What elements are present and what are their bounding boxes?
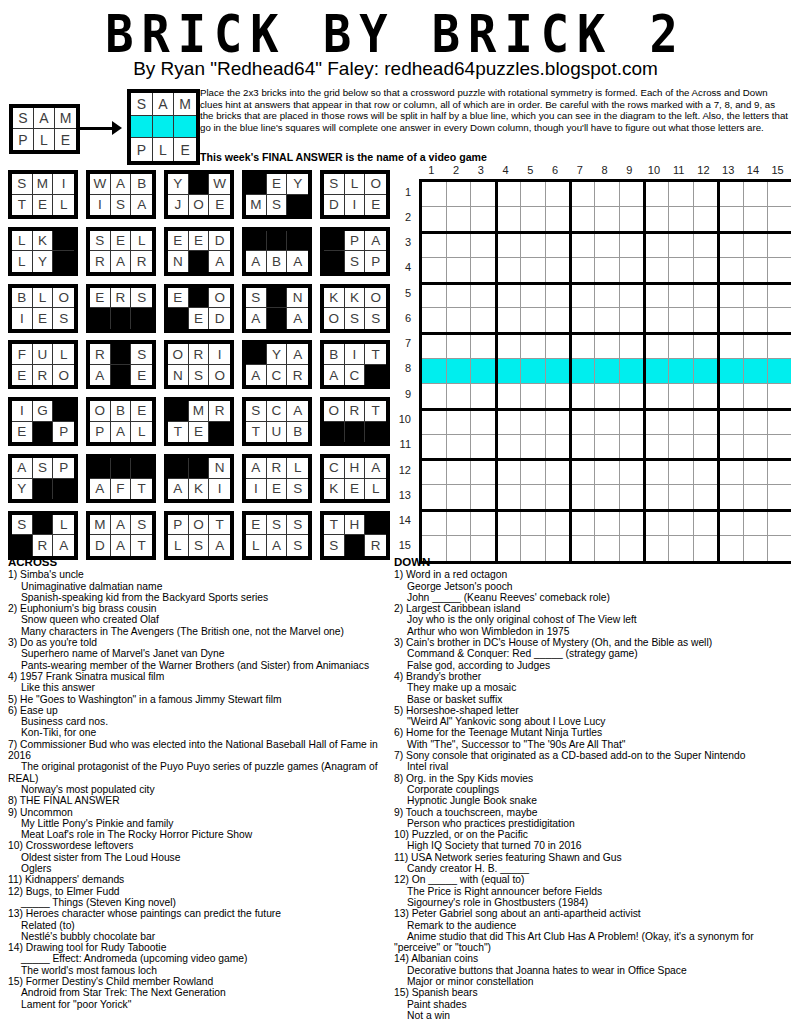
brick-cell-letter: Y (267, 344, 288, 365)
grid-cell-r6c10[interactable] (645, 308, 670, 333)
col-label-4: 4 (493, 164, 518, 177)
grid-cell-r12c6[interactable] (546, 460, 571, 485)
grid-cell-r5c2[interactable] (447, 283, 472, 308)
grid-cell-r8c6[interactable] (546, 359, 571, 384)
grid-cell-r9c11[interactable] (669, 384, 694, 409)
grid-cell-r12c11[interactable] (669, 460, 694, 485)
brick-cell-letter: W (90, 174, 111, 195)
brick-cell-letter: E (33, 308, 54, 329)
grid-cell-r6c2[interactable] (447, 308, 472, 333)
grid-cell-r7c9[interactable] (620, 334, 645, 359)
grid-cell-r3c9[interactable] (620, 233, 645, 258)
grid-cell-r1c8[interactable] (595, 182, 620, 207)
brick-cell-letter: P (90, 422, 111, 443)
grid-cell-r9c7[interactable] (570, 384, 595, 409)
brick-cell-letter: I (12, 401, 33, 422)
brick-cell-black (365, 365, 386, 386)
grid-cell-r4c4[interactable] (496, 258, 521, 283)
grid-cell-r12c15[interactable] (768, 460, 791, 485)
grid-cell-r10c9[interactable] (620, 409, 645, 434)
brick-cell-letter: I (53, 174, 74, 195)
brick-27[interactable]: AFT (86, 454, 156, 503)
grid-cell-r3c2[interactable] (447, 233, 472, 258)
grid-cell-r7c3[interactable] (471, 334, 496, 359)
grid-cell-r8c14[interactable] (744, 359, 769, 384)
grid-cell-r13c15[interactable] (768, 485, 791, 510)
grid-cell-r11c11[interactable] (669, 435, 694, 460)
grid-cell-r13c12[interactable] (694, 485, 719, 510)
grid-cell-r12c9[interactable] (620, 460, 645, 485)
brick-cell-black (189, 458, 210, 479)
brick-cell-black (131, 308, 152, 329)
grid-cell-r13c11[interactable] (669, 485, 694, 510)
grid-cell-r10c1[interactable] (422, 409, 447, 434)
grid-cell-r6c15[interactable] (768, 308, 791, 333)
grid-cell-r8c9[interactable] (620, 359, 645, 384)
grid-cell-r3c11[interactable] (669, 233, 694, 258)
grid-cell-r4c15[interactable] (768, 258, 791, 283)
grid-cell-r8c7[interactable] (570, 359, 595, 384)
brick-cell-letter: A (111, 251, 132, 272)
brick-cell-letter: O (189, 515, 210, 536)
grid-cell-r2c11[interactable] (669, 207, 694, 232)
grid-cell-r2c13[interactable] (719, 207, 744, 232)
grid-cell-r4c3[interactable] (471, 258, 496, 283)
brick-23[interactable]: MRTE (164, 397, 234, 446)
grid-cell-r10c6[interactable] (546, 409, 571, 434)
grid-cell-r14c2[interactable] (447, 510, 472, 535)
clue-13-line-2: Remark to the audience (394, 920, 790, 931)
grid-cell-r9c2[interactable] (447, 384, 472, 409)
grid-cell-r6c8[interactable] (595, 308, 620, 333)
brick-cell-letter: C (267, 401, 288, 422)
brick-6[interactable]: LKLY (8, 227, 78, 276)
brick-8[interactable]: EEDNA (164, 227, 234, 276)
row-label-7: 7 (392, 331, 414, 356)
clue-7-line-2: Intel rival (394, 761, 790, 772)
brick-11[interactable]: BLOIES (8, 284, 78, 333)
grid-cell-r8c3[interactable] (471, 359, 496, 384)
grid-cell-r9c9[interactable] (620, 384, 645, 409)
grid-cell-r5c5[interactable] (521, 283, 546, 308)
brick-29[interactable]: ARLIES (242, 454, 312, 503)
grid-cell-r13c5[interactable] (521, 485, 546, 510)
grid-cell-r5c4[interactable] (496, 283, 521, 308)
brick-34[interactable]: ESSLAS (242, 511, 312, 560)
grid-cell-r14c4[interactable] (496, 510, 521, 535)
grid-cell-r13c14[interactable] (744, 485, 769, 510)
grid-cell-r8c1[interactable] (422, 359, 447, 384)
grid-cell-r5c3[interactable] (471, 283, 496, 308)
grid-cell-r13c6[interactable] (546, 485, 571, 510)
grid-cell-r14c10[interactable] (645, 510, 670, 535)
grid-cell-r2c15[interactable] (768, 207, 791, 232)
grid-cell-r11c8[interactable] (595, 435, 620, 460)
brick-13[interactable]: EOED (164, 284, 234, 333)
grid-cell-r3c5[interactable] (521, 233, 546, 258)
grid-cell-r10c3[interactable] (471, 409, 496, 434)
grid-cell-r10c10[interactable] (645, 409, 670, 434)
grid-cell-r13c7[interactable] (570, 485, 595, 510)
grid-cell-r11c5[interactable] (521, 435, 546, 460)
grid-cell-r1c3[interactable] (471, 182, 496, 207)
brick-cell-letter: I (345, 195, 366, 216)
grid-cell-r1c6[interactable] (546, 182, 571, 207)
brick-3[interactable]: YWJOE (164, 170, 234, 219)
grid-cell-r10c13[interactable] (719, 409, 744, 434)
grid-cell-r7c5[interactable] (521, 334, 546, 359)
brick-21[interactable]: IGEP (8, 397, 78, 446)
grid-cell-r14c11[interactable] (669, 510, 694, 535)
grid-cell-r1c12[interactable] (694, 182, 719, 207)
grid-cell-r5c6[interactable] (546, 283, 571, 308)
grid-cell-r7c11[interactable] (669, 334, 694, 359)
grid-cell-r12c4[interactable] (496, 460, 521, 485)
grid-cell-r14c8[interactable] (595, 510, 620, 535)
grid-cell-r1c1[interactable] (422, 182, 447, 207)
grid-cell-r3c12[interactable] (694, 233, 719, 258)
grid-cell-r11c14[interactable] (744, 435, 769, 460)
clue-9-line-1: 9) Uncommon (8, 807, 393, 818)
grid-cell-r12c3[interactable] (471, 460, 496, 485)
grid-cell-r1c7[interactable] (570, 182, 595, 207)
grid-cell-r13c2[interactable] (447, 485, 472, 510)
brick-12[interactable]: ERS (86, 284, 156, 333)
brick-25[interactable]: ORT (320, 397, 390, 446)
brick-cell-letter: K (189, 479, 210, 500)
grid-cell-r5c8[interactable] (595, 283, 620, 308)
grid-cell-r4c1[interactable] (422, 258, 447, 283)
grid-cell-r7c1[interactable] (422, 334, 447, 359)
grid-cell-r4c11[interactable] (669, 258, 694, 283)
brick-cell-letter: E (33, 195, 54, 216)
grid-cell-r4c5[interactable] (521, 258, 546, 283)
grid-cell-r8c4[interactable] (496, 359, 521, 384)
clue-1-line-1: 1) Simba's uncle (8, 569, 393, 580)
grid-cell-r14c9[interactable] (620, 510, 645, 535)
brick-cell-letter: E (12, 422, 33, 443)
grid-cell-r7c13[interactable] (719, 334, 744, 359)
grid-cell-r6c6[interactable] (546, 308, 571, 333)
grid-cell-r3c3[interactable] (471, 233, 496, 258)
grid-cell-r4c10[interactable] (645, 258, 670, 283)
grid-cell-r4c8[interactable] (595, 258, 620, 283)
grid-cell-r8c12[interactable] (694, 359, 719, 384)
brick-35[interactable]: THSR (320, 511, 390, 560)
grid-cell-r5c13[interactable] (719, 283, 744, 308)
grid-cell-r5c14[interactable] (744, 283, 769, 308)
grid-cell-r13c10[interactable] (645, 485, 670, 510)
grid-cell-r8c10[interactable] (645, 359, 670, 384)
grid-cell-r7c15[interactable] (768, 334, 791, 359)
grid-cell-r2c6[interactable] (546, 207, 571, 232)
brick-cell-letter: S (267, 195, 288, 216)
grid-cell-r10c5[interactable] (521, 409, 546, 434)
grid-cell-r5c1[interactable] (422, 283, 447, 308)
brick-26[interactable]: ASPY (8, 454, 78, 503)
grid-cell-r7c8[interactable] (595, 334, 620, 359)
grid-cell-r3c10[interactable] (645, 233, 670, 258)
brick-33[interactable]: POTLSA (164, 511, 234, 560)
grid-cell-r4c9[interactable] (620, 258, 645, 283)
grid-cell-r4c14[interactable] (744, 258, 769, 283)
grid-cell-r11c13[interactable] (719, 435, 744, 460)
grid-cell-r7c12[interactable] (694, 334, 719, 359)
grid-cell-r13c1[interactable] (422, 485, 447, 510)
grid-cell-r2c3[interactable] (471, 207, 496, 232)
clue-15-line-2: Android from Star Trek: The Next Generat… (8, 987, 393, 998)
grid-cell-r10c12[interactable] (694, 409, 719, 434)
grid-cell-r4c7[interactable] (570, 258, 595, 283)
grid-cell-r7c14[interactable] (744, 334, 769, 359)
grid-cell-r14c15[interactable] (768, 510, 791, 535)
grid-cell-r6c9[interactable] (620, 308, 645, 333)
grid-cell-r5c7[interactable] (570, 283, 595, 308)
grid-cell-r9c1[interactable] (422, 384, 447, 409)
grid-cell-r8c8[interactable] (595, 359, 620, 384)
brick-cell-letter: S (189, 365, 210, 386)
grid-cell-r1c9[interactable] (620, 182, 645, 207)
grid-cell-r12c1[interactable] (422, 460, 447, 485)
grid-cell-r6c13[interactable] (719, 308, 744, 333)
brick-cell-letter: C (324, 458, 345, 479)
grid-cell-r12c10[interactable] (645, 460, 670, 485)
grid-cell-r6c12[interactable] (694, 308, 719, 333)
grid-cell-r10c14[interactable] (744, 409, 769, 434)
grid-cell-r3c13[interactable] (719, 233, 744, 258)
brick-4[interactable]: EYMS (242, 170, 312, 219)
brick-22[interactable]: OBEPAL (86, 397, 156, 446)
grid-cell-r12c5[interactable] (521, 460, 546, 485)
grid-cell-r3c7[interactable] (570, 233, 595, 258)
grid-cell-r3c4[interactable] (496, 233, 521, 258)
grid-cell-r11c1[interactable] (422, 435, 447, 460)
brick-17[interactable]: RSAE (86, 340, 156, 389)
grid-cell-r1c4[interactable] (496, 182, 521, 207)
grid-cell-r1c10[interactable] (645, 182, 670, 207)
grid-cell-r10c4[interactable] (496, 409, 521, 434)
grid-cell-r6c3[interactable] (471, 308, 496, 333)
thick-horizontal-line (422, 509, 791, 512)
grid-cell-r12c12[interactable] (694, 460, 719, 485)
brick-cell-letter: B (267, 251, 288, 272)
grid-cell-r5c11[interactable] (669, 283, 694, 308)
grid-cell-r8c13[interactable] (719, 359, 744, 384)
grid-cell-r10c2[interactable] (447, 409, 472, 434)
grid-cell-r10c15[interactable] (768, 409, 791, 434)
grid-cell-r2c1[interactable] (422, 207, 447, 232)
brick-30[interactable]: CHAKEL (320, 454, 390, 503)
grid-cell-r14c6[interactable] (546, 510, 571, 535)
grid-cell-r2c4[interactable] (496, 207, 521, 232)
grid-cell-r14c12[interactable] (694, 510, 719, 535)
brick-31[interactable]: SLRA (8, 511, 78, 560)
grid-cell-r3c14[interactable] (744, 233, 769, 258)
clue-12-line-2: The Price is Right announcer before Fiel… (394, 886, 790, 897)
brick-cell-letter: R (131, 251, 152, 272)
grid-cell-r10c11[interactable] (669, 409, 694, 434)
grid-cell-r4c13[interactable] (719, 258, 744, 283)
brick-19[interactable]: YAACR (242, 340, 312, 389)
clue-12-line-3: Sigourney's role in Ghostbusters (1984) (394, 897, 790, 908)
grid-cell-r1c14[interactable] (744, 182, 769, 207)
brick-cell-letter: I (345, 344, 366, 365)
grid-cell-r2c9[interactable] (620, 207, 645, 232)
grid-cell-r14c1[interactable] (422, 510, 447, 535)
brick-9[interactable]: ABA (242, 227, 312, 276)
grid-cell-r2c10[interactable] (645, 207, 670, 232)
brick-cell-letter: P (53, 422, 74, 443)
clue-5-line-1: 5) He "Goes to Washington" in a famous J… (8, 694, 393, 705)
brick-15[interactable]: KKOOSS (320, 284, 390, 333)
grid-cell-r9c14[interactable] (744, 384, 769, 409)
grid-cell-r3c15[interactable] (768, 233, 791, 258)
brick-5[interactable]: SLODIE (320, 170, 390, 219)
brick-20[interactable]: BITAC (320, 340, 390, 389)
grid-cell-r9c4[interactable] (496, 384, 521, 409)
grid-cell-r1c5[interactable] (521, 182, 546, 207)
grid-cell-r4c6[interactable] (546, 258, 571, 283)
grid-cell-r9c10[interactable] (645, 384, 670, 409)
grid-cell-r11c15[interactable] (768, 435, 791, 460)
grid-cell-r3c6[interactable] (546, 233, 571, 258)
grid-cell-r11c9[interactable] (620, 435, 645, 460)
brick-cell-black (345, 422, 366, 443)
grid-cell-r4c12[interactable] (694, 258, 719, 283)
grid-cell-r12c2[interactable] (447, 460, 472, 485)
grid-cell-r7c7[interactable] (570, 334, 595, 359)
grid-cell-r11c3[interactable] (471, 435, 496, 460)
grid-cell-r13c8[interactable] (595, 485, 620, 510)
brick-24[interactable]: SCATUB (242, 397, 312, 446)
grid-cell-r6c4[interactable] (496, 308, 521, 333)
grid-cell-r7c10[interactable] (645, 334, 670, 359)
grid-cell-r3c1[interactable] (422, 233, 447, 258)
brick-16[interactable]: FULERO (8, 340, 78, 389)
grid-cell-r12c13[interactable] (719, 460, 744, 485)
brick-cell-letter: P (168, 515, 189, 536)
brick-32[interactable]: MASDAT (86, 511, 156, 560)
grid-cell-r7c6[interactable] (546, 334, 571, 359)
grid-cell-r13c9[interactable] (620, 485, 645, 510)
thick-vertical-line (643, 182, 646, 561)
grid-cell-r1c13[interactable] (719, 182, 744, 207)
grid-cell-r13c13[interactable] (719, 485, 744, 510)
brick-18[interactable]: ORINSO (164, 340, 234, 389)
brick-cell-letter: O (209, 288, 230, 309)
brick-cell-black (53, 401, 74, 422)
grid-cell-r10c7[interactable] (570, 409, 595, 434)
grid-cell-r2c8[interactable] (595, 207, 620, 232)
grid-cell-r14c13[interactable] (719, 510, 744, 535)
grid-cell-r9c12[interactable] (694, 384, 719, 409)
grid-cell-r14c7[interactable] (570, 510, 595, 535)
grid-cell-r9c8[interactable] (595, 384, 620, 409)
brick-cell-letter: A (111, 174, 132, 195)
brick-1[interactable]: SMITEL (8, 170, 78, 219)
grid-cell-r6c11[interactable] (669, 308, 694, 333)
brick-10[interactable]: PASP (320, 227, 390, 276)
grid-cell-r6c14[interactable] (744, 308, 769, 333)
grid-cell-r8c11[interactable] (669, 359, 694, 384)
grid-cell-r11c10[interactable] (645, 435, 670, 460)
grid-cell-r10c8[interactable] (595, 409, 620, 434)
brick-cell-letter: A (111, 515, 132, 536)
clue-4-line-3: Base or basket suffix (394, 694, 790, 705)
grid-cell-r1c11[interactable] (669, 182, 694, 207)
grid-cell-r5c9[interactable] (620, 283, 645, 308)
grid-cell-r11c4[interactable] (496, 435, 521, 460)
brick-cell-letter: A (111, 422, 132, 443)
brick-7[interactable]: SELRAR (86, 227, 156, 276)
brick-2[interactable]: WABISA (86, 170, 156, 219)
grid-cell-r6c1[interactable] (422, 308, 447, 333)
grid-cell-r9c13[interactable] (719, 384, 744, 409)
grid-cell-r14c5[interactable] (521, 510, 546, 535)
grid-cell-r5c12[interactable] (694, 283, 719, 308)
grid-cell-r7c4[interactable] (496, 334, 521, 359)
brick-cell-letter: N (287, 288, 308, 309)
grid-cell-r6c7[interactable] (570, 308, 595, 333)
brick-cell-letter: M (189, 401, 210, 422)
grid-cell-r9c5[interactable] (521, 384, 546, 409)
brick-14[interactable]: SNAA (242, 284, 312, 333)
grid-cell-r2c5[interactable] (521, 207, 546, 232)
grid-cell-r12c14[interactable] (744, 460, 769, 485)
clue-13-line-1: 13) Peter Gabriel song about an anti-apa… (394, 908, 790, 919)
brick-cell-letter: R (209, 401, 230, 422)
grid-cell-r4c2[interactable] (447, 258, 472, 283)
grid-cell-r2c14[interactable] (744, 207, 769, 232)
grid-cell-r8c15[interactable] (768, 359, 791, 384)
grid-cell-r11c7[interactable] (570, 435, 595, 460)
grid-cell-r12c8[interactable] (595, 460, 620, 485)
brick-cell-letter: P (345, 231, 366, 252)
sample-letter-cell: E (174, 138, 196, 161)
brick-28[interactable]: NAKI (164, 454, 234, 503)
grid-cell-r11c12[interactable] (694, 435, 719, 460)
grid-cell-r13c3[interactable] (471, 485, 496, 510)
brick-cell-letter: S (287, 515, 308, 536)
grid-cell-r14c3[interactable] (471, 510, 496, 535)
grid-cell-r6c5[interactable] (521, 308, 546, 333)
grid-cell-r9c6[interactable] (546, 384, 571, 409)
grid-cell-r3c8[interactable] (595, 233, 620, 258)
grid-cell-r2c7[interactable] (570, 207, 595, 232)
brick-cell-letter: A (246, 365, 267, 386)
grid-cell-r12c7[interactable] (570, 460, 595, 485)
grid-cell-r5c15[interactable] (768, 283, 791, 308)
grid-cell-r8c5[interactable] (521, 359, 546, 384)
grid-cell-r14c14[interactable] (744, 510, 769, 535)
grid-cell-r9c3[interactable] (471, 384, 496, 409)
brick-cell-letter: S (324, 174, 345, 195)
grid-cell-r13c4[interactable] (496, 485, 521, 510)
grid-cell-r11c2[interactable] (447, 435, 472, 460)
grid-cell-r5c10[interactable] (645, 283, 670, 308)
grid-cell-r7c2[interactable] (447, 334, 472, 359)
grid-cell-r11c6[interactable] (546, 435, 571, 460)
brick-cell-letter: S (131, 515, 152, 536)
brick-cell-black (90, 458, 111, 479)
grid-cell-r2c2[interactable] (447, 207, 472, 232)
grid-cell-r1c2[interactable] (447, 182, 472, 207)
grid-cell-r2c12[interactable] (694, 207, 719, 232)
grid-cell-r8c2[interactable] (447, 359, 472, 384)
grid-cell-r9c15[interactable] (768, 384, 791, 409)
grid-cell-r1c15[interactable] (768, 182, 791, 207)
final-answer-note: This week's FINAL ANSWER is the name of … (200, 151, 789, 163)
